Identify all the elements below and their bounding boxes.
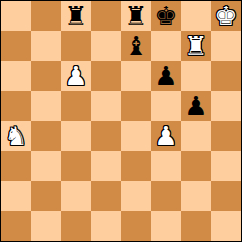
square-d3[interactable] [91, 151, 121, 181]
square-e5[interactable] [121, 91, 151, 121]
square-d8[interactable] [91, 1, 121, 31]
square-g5[interactable]: ♟ [181, 91, 211, 121]
square-f1[interactable] [151, 211, 181, 241]
square-h2[interactable] [211, 181, 241, 211]
square-d2[interactable] [91, 181, 121, 211]
square-e6[interactable] [121, 61, 151, 91]
square-b1[interactable] [31, 211, 61, 241]
square-h6[interactable] [211, 61, 241, 91]
square-h3[interactable] [211, 151, 241, 181]
square-h4[interactable] [211, 121, 241, 151]
square-a6[interactable] [1, 61, 31, 91]
chess-board-frame: ♜♜♚♚♝♜♟♟♟♞♟ [0, 0, 242, 242]
square-b2[interactable] [31, 181, 61, 211]
square-g8[interactable] [181, 1, 211, 31]
square-a5[interactable] [1, 91, 31, 121]
square-e1[interactable] [121, 211, 151, 241]
square-d1[interactable] [91, 211, 121, 241]
square-c5[interactable] [61, 91, 91, 121]
white-king: ♚ [214, 1, 237, 31]
square-e3[interactable] [121, 151, 151, 181]
square-b5[interactable] [31, 91, 61, 121]
square-c6[interactable]: ♟ [61, 61, 91, 91]
square-f6[interactable]: ♟ [151, 61, 181, 91]
square-h1[interactable] [211, 211, 241, 241]
square-h5[interactable] [211, 91, 241, 121]
black-pawn: ♟ [154, 61, 177, 91]
square-d4[interactable] [91, 121, 121, 151]
square-a1[interactable] [1, 211, 31, 241]
square-g4[interactable] [181, 121, 211, 151]
square-b4[interactable] [31, 121, 61, 151]
white-pawn: ♟ [154, 121, 177, 151]
square-c1[interactable] [61, 211, 91, 241]
square-d6[interactable] [91, 61, 121, 91]
square-f7[interactable] [151, 31, 181, 61]
square-f2[interactable] [151, 181, 181, 211]
square-h8[interactable]: ♚ [211, 1, 241, 31]
square-a3[interactable] [1, 151, 31, 181]
white-knight: ♞ [4, 121, 27, 151]
square-f4[interactable]: ♟ [151, 121, 181, 151]
square-e2[interactable] [121, 181, 151, 211]
square-a2[interactable] [1, 181, 31, 211]
square-c7[interactable] [61, 31, 91, 61]
square-d5[interactable] [91, 91, 121, 121]
black-bishop: ♝ [124, 31, 147, 61]
black-king: ♚ [154, 1, 177, 31]
black-rook: ♜ [64, 1, 87, 31]
black-rook: ♜ [124, 1, 147, 31]
square-g7[interactable]: ♜ [181, 31, 211, 61]
square-e4[interactable] [121, 121, 151, 151]
square-c4[interactable] [61, 121, 91, 151]
chess-board: ♜♜♚♚♝♜♟♟♟♞♟ [1, 1, 241, 241]
square-g6[interactable] [181, 61, 211, 91]
white-pawn: ♟ [64, 61, 87, 91]
square-a8[interactable] [1, 1, 31, 31]
square-c2[interactable] [61, 181, 91, 211]
square-f8[interactable]: ♚ [151, 1, 181, 31]
square-b8[interactable] [31, 1, 61, 31]
square-b3[interactable] [31, 151, 61, 181]
square-h7[interactable] [211, 31, 241, 61]
square-a4[interactable]: ♞ [1, 121, 31, 151]
white-rook: ♜ [184, 31, 207, 61]
square-e7[interactable]: ♝ [121, 31, 151, 61]
square-e8[interactable]: ♜ [121, 1, 151, 31]
square-d7[interactable] [91, 31, 121, 61]
square-a7[interactable] [1, 31, 31, 61]
square-g3[interactable] [181, 151, 211, 181]
square-b6[interactable] [31, 61, 61, 91]
square-f5[interactable] [151, 91, 181, 121]
black-pawn: ♟ [184, 91, 207, 121]
square-b7[interactable] [31, 31, 61, 61]
square-c3[interactable] [61, 151, 91, 181]
square-g2[interactable] [181, 181, 211, 211]
square-g1[interactable] [181, 211, 211, 241]
square-c8[interactable]: ♜ [61, 1, 91, 31]
square-f3[interactable] [151, 151, 181, 181]
